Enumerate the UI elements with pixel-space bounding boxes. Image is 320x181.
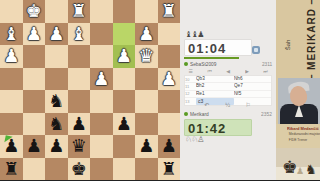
chess-pieces-photo: ♚ ♟ ♞ [276, 148, 320, 180]
square-f5[interactable]: ♞ [45, 90, 68, 113]
white-rook-a1: ♜ [158, 0, 181, 23]
white-player-name: SebaSt2009 [190, 61, 229, 66]
white-pawn-a4: ♟ [158, 68, 181, 91]
square-h7[interactable]: ♟ [0, 135, 23, 158]
game-panel: ♝♝♟ 01:04 SebaSt2009 2311 ☰⏮◀▶⏭ 10Qb3Nh6… [180, 0, 276, 180]
white-pawn-b2: ♟ [135, 23, 158, 46]
caster-title-2: FIDE Trener [289, 138, 307, 142]
chess-board[interactable]: ♚♜♜♝♟♟♝♟♟♟♛♟♟♞♞♟♟♟♟♟♛♟♟♜♚♜ [0, 0, 180, 180]
move-10-white[interactable]: Qb3 [196, 77, 218, 81]
square-b2[interactable]: ♟ [135, 23, 158, 46]
last-move-icon[interactable]: ⏭ [263, 69, 267, 73]
white-rook-e1: ♜ [68, 0, 91, 23]
caster-name: Rikard Medančić [287, 126, 309, 131]
takeback-icon[interactable]: ↶ [205, 103, 210, 109]
square-a4[interactable]: ♟ [158, 68, 181, 91]
white-clock: 01:04 [184, 39, 252, 56]
black-player-row[interactable]: Merikard 2352 [184, 110, 272, 118]
square-f8[interactable] [45, 158, 68, 181]
captured-pieces-bottom: ♘♘♙ [185, 135, 204, 144]
square-g6[interactable] [23, 113, 46, 136]
square-b6[interactable] [135, 113, 158, 136]
square-b3[interactable]: ♛ [135, 45, 158, 68]
square-a1[interactable]: ♜ [158, 0, 181, 23]
square-c4[interactable] [113, 68, 136, 91]
square-c5[interactable] [113, 90, 136, 113]
square-e4[interactable] [68, 68, 91, 91]
square-d7[interactable] [90, 135, 113, 158]
square-a6[interactable] [158, 113, 181, 136]
photo-king-piece: ♚ [282, 159, 297, 176]
white-pawn-f2: ♟ [45, 23, 68, 46]
square-d2[interactable] [90, 23, 113, 46]
square-f2[interactable]: ♟ [45, 23, 68, 46]
caster-card: Rikard Medančić Međunarodni majstor FIDE… [276, 124, 320, 148]
square-b8[interactable] [135, 158, 158, 181]
channel-title: — MERIKARD — [306, 0, 317, 85]
black-rook-h8: ♜ [0, 158, 23, 181]
black-rook-a8: ♜ [158, 158, 181, 181]
move-number: 10 [185, 77, 191, 82]
square-g7[interactable]: ♟ [23, 135, 46, 158]
black-king-e8: ♚ [68, 158, 91, 181]
online-dot-icon [184, 112, 188, 116]
square-b7[interactable]: ♟ [135, 135, 158, 158]
square-g8[interactable] [23, 158, 46, 181]
black-pawn-f7: ♟ [45, 135, 68, 158]
square-b1[interactable] [135, 0, 158, 23]
square-d8[interactable] [90, 158, 113, 181]
prev-move-icon[interactable]: ◀ [227, 69, 231, 73]
move-12-white[interactable]: Re1 [196, 92, 218, 96]
square-f7[interactable]: ♟ [45, 135, 68, 158]
square-c3[interactable]: ♟ [113, 45, 136, 68]
square-e5[interactable] [68, 90, 91, 113]
square-f6[interactable]: ♞ [45, 113, 68, 136]
square-d6[interactable] [90, 113, 113, 136]
square-c6[interactable]: ♟ [113, 113, 136, 136]
square-c8[interactable] [113, 158, 136, 181]
menu-icon[interactable]: ☰ [188, 69, 192, 73]
square-f4[interactable] [45, 68, 68, 91]
black-pawn-g7: ♟ [23, 135, 46, 158]
stream-frame: ♚♜♜♝♟♟♝♟♟♟♛♟♟♞♞♟♟♟♟♟♛♟♟♜♚♜ ♝♝♟ 01:04 Seb… [0, 0, 320, 180]
white-player-row[interactable]: SebaSt2009 2311 [184, 60, 272, 68]
caster-webcam [278, 78, 320, 124]
square-c2[interactable] [113, 23, 136, 46]
square-c1[interactable] [113, 0, 136, 23]
square-h4[interactable] [0, 68, 23, 91]
analysis-icon[interactable] [252, 46, 260, 54]
square-h1[interactable] [0, 0, 23, 23]
move-number: 11 [185, 84, 191, 89]
online-dot-icon [184, 62, 188, 66]
channel-sidebar: — MERIKARD — Šah Rikard Medančić Međunar… [276, 0, 320, 180]
first-move-icon[interactable]: ⏮ [208, 69, 212, 73]
square-e2[interactable]: ♝ [68, 23, 91, 46]
square-d4[interactable]: ♟ [90, 68, 113, 91]
captured-pieces-top: ♝♝♟ [185, 30, 204, 39]
black-knight-f5: ♞ [45, 90, 68, 113]
white-pawn-d4: ♟ [90, 68, 113, 91]
square-h8[interactable]: ♜ [0, 158, 23, 181]
square-e7[interactable]: ♛ [68, 135, 91, 158]
square-h3[interactable]: ♟ [0, 45, 23, 68]
square-a8[interactable]: ♜ [158, 158, 181, 181]
square-a5[interactable] [158, 90, 181, 113]
next-move-icon[interactable]: ▶ [245, 69, 249, 73]
white-pawn-g2: ♟ [23, 23, 46, 46]
black-pawn-b7: ♟ [135, 135, 158, 158]
square-g3[interactable] [23, 45, 46, 68]
move-row-11: 11Bh2Qe7 [185, 83, 271, 90]
black-clock: 01:42 [184, 119, 252, 136]
square-b5[interactable] [135, 90, 158, 113]
square-h5[interactable] [0, 90, 23, 113]
caster-title-1: Međunarodni majstor [289, 132, 307, 136]
white-queen-b3: ♛ [135, 45, 158, 68]
move-11-black[interactable]: Qe7 [234, 85, 256, 89]
square-b4[interactable] [135, 68, 158, 91]
square-d3[interactable] [90, 45, 113, 68]
square-f3[interactable] [45, 45, 68, 68]
time-progress-bar [184, 57, 239, 59]
black-pawn-c6: ♟ [113, 113, 136, 136]
black-player-rating: 2352 [261, 111, 272, 116]
arrow-marker [4, 135, 12, 143]
move-number: 12 [185, 92, 191, 97]
resign-flag-icon[interactable]: ⚐ [246, 103, 251, 109]
move-row-12: 12Re1Nf5 [185, 91, 271, 98]
white-bishop-e2: ♝ [68, 23, 91, 46]
square-e8[interactable]: ♚ [68, 158, 91, 181]
move-10-black[interactable]: Nh6 [234, 77, 256, 81]
move-nav-bar: ☰⏮◀▶⏭ [184, 68, 272, 75]
channel-banner: — MERIKARD — Šah [276, 0, 320, 78]
move-12-black[interactable]: Nf5 [234, 92, 256, 96]
square-h2[interactable]: ♝ [0, 23, 23, 46]
square-e6[interactable]: ♟ [68, 113, 91, 136]
black-queen-e7: ♛ [68, 135, 91, 158]
black-pawn-a7: ♟ [158, 135, 181, 158]
channel-subtitle: Šah [285, 40, 291, 51]
move-11-white[interactable]: Bh2 [196, 85, 218, 89]
square-f1[interactable] [45, 0, 68, 23]
square-g2[interactable]: ♟ [23, 23, 46, 46]
square-h6[interactable] [0, 113, 23, 136]
white-pawn-h3: ♟ [0, 45, 23, 68]
game-action-bar: ↶½⚐ [184, 101, 272, 110]
square-d1[interactable] [90, 0, 113, 23]
square-g1[interactable]: ♚ [23, 0, 46, 23]
black-pawn-e6: ♟ [68, 113, 91, 136]
photo-pawn-piece: ♟ [296, 167, 304, 176]
white-king-g1: ♚ [23, 0, 46, 23]
square-e1[interactable]: ♜ [68, 0, 91, 23]
square-e3[interactable] [68, 45, 91, 68]
white-player-rating: 2311 [262, 61, 272, 66]
square-c7[interactable] [113, 135, 136, 158]
square-a7[interactable]: ♟ [158, 135, 181, 158]
square-g5[interactable] [23, 90, 46, 113]
white-pawn-c3: ♟ [113, 45, 136, 68]
white-bishop-h2: ♝ [0, 23, 23, 46]
draw-offer-icon[interactable]: ½ [225, 103, 230, 109]
black-knight-f6: ♞ [45, 113, 68, 136]
square-g4[interactable] [23, 68, 46, 91]
black-player-name: Merikard [190, 111, 229, 116]
square-d5[interactable] [90, 90, 113, 113]
photo-knight-piece: ♞ [305, 163, 317, 176]
square-a2[interactable] [158, 23, 181, 46]
square-a3[interactable] [158, 45, 181, 68]
